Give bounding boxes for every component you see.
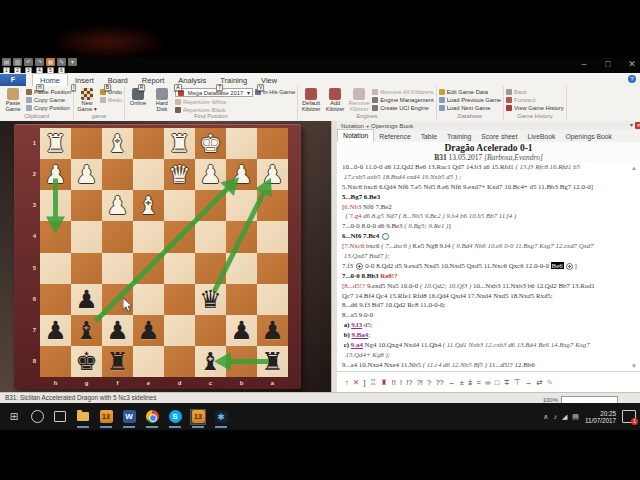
square-d1[interactable]: ♜ <box>164 128 195 159</box>
ribbon-tab-analysis[interactable]: AnalysisA <box>171 74 213 86</box>
ribbon-tab-insert[interactable]: InsertI <box>68 74 101 86</box>
notation-line-16: 8...a5 9.0-0 <box>342 310 634 320</box>
item-label: Remove All Kibitzers <box>380 89 433 95</box>
file-label-d: d <box>164 380 195 389</box>
item-label: View Game History <box>514 105 564 111</box>
white-bishop: ♝ <box>102 128 133 159</box>
square-f4[interactable] <box>102 221 133 252</box>
running-indicator <box>215 426 227 428</box>
eco-code: B31 <box>434 153 447 162</box>
taskbar-task-view-icon[interactable] <box>53 410 67 424</box>
notation-segment[interactable]: 7.f3 <box>342 262 355 269</box>
white-bishop: ♝ <box>133 190 164 221</box>
square-h3[interactable] <box>40 190 71 221</box>
back-button[interactable]: Back <box>506 88 564 95</box>
item-icon <box>506 105 512 111</box>
notation-segment[interactable]: 7.Nxc6 <box>344 242 364 249</box>
notation-segment[interactable]: d5; <box>362 321 373 328</box>
file-label-e: e <box>133 380 164 389</box>
palette-symbol[interactable]: ✎ <box>547 378 553 388</box>
square-a7[interactable]: ♟ <box>257 315 288 346</box>
volume-icon[interactable]: ♪ <box>553 412 557 422</box>
square-d7[interactable] <box>164 315 195 346</box>
square-h5[interactable] <box>40 253 71 284</box>
hard-disk-button[interactable]: HardDisk <box>151 87 173 113</box>
square-f8[interactable]: ♜ <box>102 346 133 377</box>
notation-line-18: b) 9.Ba4; <box>342 330 634 340</box>
running-indicator <box>192 426 204 428</box>
item-label: Edit Game Data <box>447 89 488 95</box>
ribbon-tab-board[interactable]: BoardB <box>101 74 135 86</box>
taskbar-word-icon[interactable]: W <box>122 410 136 424</box>
square-f5[interactable] <box>102 253 133 284</box>
notation-segment[interactable]: 9.f3 <box>351 321 362 328</box>
notation-line-11: 7.f3 0-0 8.Qd2 d5 9.exd5 Nxd5 10.Nxd5 Qx… <box>342 261 634 271</box>
square-b8[interactable] <box>226 346 257 377</box>
notation-segment[interactable]: 9...a4 10.Nxa4 Nxe4 11.Nb5 <box>342 361 423 368</box>
notation-segment[interactable]: Ng4 10.Qxg4 Nxd4 11.Qh4 <box>363 341 443 348</box>
chessbase-13-glyph: 13 <box>192 410 205 423</box>
notation-segment[interactable]: ( 10.Qd2; 10.Qf3 ) <box>420 282 471 289</box>
notation-line-9: [7.Nxc6 bxc6 ( 7...dxc6 ) 8.e5 Ng8 9.f4 … <box>342 241 634 251</box>
notation-segment[interactable]: ( 7...dxc6 ) <box>381 242 411 249</box>
white-king: ♚ <box>195 128 226 159</box>
group-label: Clipboard <box>2 113 71 120</box>
square-g2[interactable]: ♟ <box>71 159 102 190</box>
palette-symbol[interactable]: ] <box>363 378 365 388</box>
square-h6[interactable] <box>40 284 71 315</box>
new-game-button[interactable]: NewGame ▾ <box>76 87 98 113</box>
notation-segment[interactable]: ( 15.f3 Rfc8 16.Rfd1 b5 <box>516 163 580 170</box>
file-label-c: c <box>195 380 226 389</box>
square-b5[interactable] <box>226 253 257 284</box>
palette-symbol[interactable]: ⇄ <box>536 378 542 388</box>
rank-label-8: 8 <box>30 346 39 377</box>
notation-tab-reference[interactable]: Reference <box>374 131 415 142</box>
notation-segment[interactable]: 10...0-0 11.0-0 d6 12.Qd2 Be6 13.Rac1 Qd… <box>342 163 516 170</box>
notation-segment[interactable]: ( 11.Qd1 Nxb3 12.cxb3 d6 13.Bd4 Be6 14.B… <box>443 341 590 348</box>
notation-line-7: 7...0-0 8.0-0 d6 9.Be3 ( 9.Bg5; 9.Re1 )] <box>342 221 634 231</box>
button-label: Game <box>5 107 20 113</box>
view-game-history-button[interactable]: View Game History <box>506 104 564 111</box>
pane-dropdown-icon[interactable]: ▾ <box>630 122 633 129</box>
item-label: Load Previous Game <box>447 97 501 103</box>
square-g3[interactable] <box>71 190 102 221</box>
item-label: Load Next Game <box>447 105 491 111</box>
file-label-g: g <box>71 380 102 389</box>
square-b7[interactable]: ♟ <box>226 315 257 346</box>
square-a1[interactable] <box>257 128 288 159</box>
white-pawn: ♟ <box>71 159 102 190</box>
square-g8[interactable]: ♚ <box>71 346 102 377</box>
forward-button[interactable]: Forward <box>506 96 564 103</box>
running-indicator <box>77 426 89 428</box>
file-menu-button[interactable]: F <box>0 74 26 86</box>
network-icon[interactable]: ◢ <box>562 412 567 422</box>
notation-segment[interactable]: d6 8.g5 Nd7 ( 8...Nh5 9.Be2 ) 9.h4 b6 10… <box>362 212 517 219</box>
engine-management-button[interactable]: Engine Management <box>372 96 434 103</box>
notation-panel: Notation + Openings Book ▾ ✕ NotationRef… <box>337 121 640 392</box>
running-indicator <box>169 426 181 428</box>
square-c6[interactable]: ♛ <box>195 284 226 315</box>
item-label: Copy Game <box>34 97 65 103</box>
square-g1[interactable] <box>71 128 102 159</box>
taskbar-cortana-icon[interactable] <box>30 410 44 424</box>
palette-symbol[interactable]: ?? <box>435 378 443 388</box>
palette-symbol[interactable]: = <box>477 378 481 388</box>
square-d3[interactable] <box>164 190 195 221</box>
scroll-up-icon[interactable]: ▲ <box>631 165 637 171</box>
taskbar-fritz-icon[interactable]: ✱ <box>214 410 228 424</box>
square-e6[interactable] <box>133 284 164 315</box>
notation-segment[interactable]: 7.g4 <box>349 212 361 219</box>
folder-icon[interactable]: ▤ <box>572 412 579 422</box>
clock-date: 11/07/2017 <box>585 417 616 424</box>
edit-game-data-button[interactable]: Edit Game Data <box>439 88 501 95</box>
rank-label-2: 2 <box>30 159 39 190</box>
maximize-button[interactable]: □ <box>602 57 614 71</box>
item-label: Repertoire Black <box>183 107 226 113</box>
load-next-game-button[interactable]: Load Next Game <box>439 104 501 111</box>
palette-symbol[interactable]: □ <box>495 378 500 388</box>
qat-icon-5[interactable]: ✎ <box>57 58 66 66</box>
notation-body[interactable]: 10...0-0 11.0-0 d6 12.Qd2 Be6 13.Rac1 Qd… <box>337 162 634 371</box>
palette-symbol[interactable]: !? <box>406 378 412 388</box>
square-g6[interactable]: ♟ <box>71 284 102 315</box>
notation-line-1: 10...0-0 11.0-0 d6 12.Qd2 Be6 13.Rac1 Qd… <box>342 162 634 172</box>
notation-tab-table[interactable]: Table <box>416 131 442 142</box>
item-icon <box>26 105 32 111</box>
annotation-circle-icon[interactable] <box>356 263 363 270</box>
notation-segment[interactable]: b) <box>344 331 352 338</box>
notation-line-17: a) 9.f3 d5; <box>342 320 634 330</box>
notation-segment[interactable]: 8...d5!? <box>344 282 365 289</box>
square-a6[interactable] <box>257 284 288 315</box>
annotation-palette: ↑✕]♖♜!!!!??!???←±⩲=∞□∓⊤→⇄✎ <box>337 371 640 393</box>
button-icon <box>329 88 341 100</box>
square-d8[interactable] <box>164 346 195 377</box>
black-bishop: ♝ <box>195 346 226 377</box>
square-b4[interactable] <box>226 221 257 252</box>
square-c5[interactable] <box>195 253 226 284</box>
ribbon-tab-training[interactable]: TrainingT <box>213 74 254 86</box>
square-g5[interactable] <box>71 253 102 284</box>
square-c4[interactable] <box>195 221 226 252</box>
repertoire-white-button[interactable]: Repertoire White <box>175 98 253 105</box>
square-a5[interactable] <box>257 253 288 284</box>
white-rook: ♜ <box>40 128 71 159</box>
palette-symbol[interactable]: ← <box>448 378 456 388</box>
palette-symbol[interactable]: ?! <box>417 378 423 388</box>
taskbar-clock[interactable]: 20:25 11/07/2017 <box>585 410 616 424</box>
palette-symbol[interactable]: → <box>525 378 533 388</box>
black-pawn: ♟ <box>257 315 288 346</box>
square-b6[interactable] <box>226 284 257 315</box>
square-b2[interactable]: ♟ <box>226 159 257 190</box>
remove-all-kibitzers-button[interactable]: Remove All Kibitzers <box>372 88 434 95</box>
notation-segment[interactable]: ( 11.c4 d6 12.Nb5 Bf5 ) <box>423 361 487 368</box>
square-c1[interactable]: ♚ <box>195 128 226 159</box>
ribbon-tab-home[interactable]: HomeH <box>32 73 68 86</box>
notation-segment[interactable]: ; <box>368 331 370 338</box>
notation-segment[interactable]: 0-0 8.Qd2 d5 9.exd5 Nxd5 10.Nxd5 Qxd5 11… <box>364 262 551 269</box>
ribbon-group-database: Edit Game DataLoad Previous GameLoad Nex… <box>437 86 504 120</box>
annotation-circle-icon[interactable] <box>382 233 389 240</box>
square-h4[interactable] <box>40 221 71 252</box>
square-a3[interactable] <box>257 190 288 221</box>
white-queen: ♛ <box>164 159 195 190</box>
button-label: Kibitzer <box>350 107 369 113</box>
redo-button[interactable]: Redo <box>100 96 122 103</box>
palette-symbol[interactable]: ∞ <box>485 378 490 388</box>
notation-segment[interactable]: Qc7 14.Bf4 Qc4 15.Rfe1 Rfd8 16.Qd4 Qxd4 … <box>342 292 553 299</box>
notation-segment[interactable]: ( 9.Bg5; 9.Re1 ) <box>404 222 448 229</box>
notation-tab-score-sheet[interactable]: Score sheet <box>476 131 522 142</box>
square-e2[interactable] <box>133 159 164 190</box>
square-h7[interactable]: ♟ <box>40 315 71 346</box>
notation-segment[interactable]: Nf6 7.Be2 <box>361 203 391 210</box>
minimize-button[interactable]: – <box>578 57 590 71</box>
item-label: In His Game <box>263 89 295 95</box>
button-label: Disk <box>156 107 167 113</box>
keytip: H <box>36 84 44 91</box>
notation-segment[interactable]: 9.exd5 Na5 10.0-0 <box>365 282 420 289</box>
palette-symbol[interactable]: ✕ <box>353 378 359 388</box>
square-c2[interactable]: ♟ <box>195 159 226 190</box>
notation-segment[interactable]: 17.cxb5 axb5 18.Bxd4 exd4 19.Nxb5 d5 ) ; <box>342 173 461 180</box>
square-a2[interactable]: ♟ <box>257 159 288 190</box>
file-label-b: b <box>226 380 257 389</box>
running-indicator <box>146 426 158 428</box>
square-a4[interactable] <box>257 221 288 252</box>
notation-segment[interactable] <box>564 262 566 269</box>
notation-segment[interactable]: 8.e5 Ng8 9.f4 <box>411 242 452 249</box>
notation-tab-notation[interactable]: Notation <box>337 129 374 142</box>
help-icon[interactable]: ? <box>628 75 636 83</box>
black-king: ♚ <box>71 346 102 377</box>
square-c8[interactable]: ♝ <box>195 346 226 377</box>
square-f1[interactable]: ♝ <box>102 128 133 159</box>
file-label-a: a <box>257 380 288 389</box>
square-e8[interactable] <box>133 346 164 377</box>
notation-segment[interactable]: 10...Nxb3 11.Nxb3 b6 12.Qd2 Bb7 13.Rad1 <box>471 282 594 289</box>
paste-game-button[interactable]: PasteGame <box>2 87 24 113</box>
chevron-down-icon: ▾ <box>247 90 250 96</box>
default-kibitzer-button[interactable]: DefaultKibitzer <box>300 87 322 113</box>
board-frame: ♜♝♜♚♟♟♛♟♟♟♟♝♟♛♟♝♟♟♟♟♚♜♝♜ 12345678hgfedcb… <box>14 124 301 389</box>
item-label: Copy Position <box>34 105 70 111</box>
palette-symbol[interactable]: ! <box>400 378 402 388</box>
button-icon <box>156 88 168 100</box>
notation-tab-openings-book[interactable]: Openings Book <box>561 131 617 142</box>
item-label: Engine Management <box>380 97 434 103</box>
taskbar-skype-icon[interactable]: S <box>168 410 182 424</box>
keytip: V <box>257 84 264 91</box>
notation-segment[interactable]: 6.Nb3 <box>344 203 361 210</box>
copy-game-button[interactable]: Copy Game <box>26 96 71 103</box>
white-pawn: ♟ <box>102 190 133 221</box>
chess-board: ♜♝♜♚♟♟♛♟♟♟♟♝♟♛♟♝♟♟♟♟♚♜♝♜ <box>40 128 288 377</box>
square-a8[interactable]: ♜ <box>257 346 288 377</box>
square-e5[interactable] <box>133 253 164 284</box>
square-h2[interactable]: ♟ <box>40 159 71 190</box>
scroll-down-icon[interactable]: ▼ <box>631 363 637 369</box>
taskbar-chessbase-13-icon[interactable]: 13 <box>191 410 205 424</box>
load-previous-game-button[interactable]: Load Previous Game <box>439 96 501 103</box>
notation-line-3: 5.Nxc6 bxc6 6.Qd4 Nf6 7.e5 Nd5 8.e6 Nf6 … <box>342 182 634 192</box>
square-b3[interactable] <box>226 190 257 221</box>
square-h1[interactable]: ♜ <box>40 128 71 159</box>
item-icon <box>26 89 32 95</box>
paste-position-button[interactable]: Paste Position <box>26 88 71 95</box>
qat-icon-1[interactable]: ▥ <box>13 58 22 66</box>
ribbon-tab-report[interactable]: ReportR <box>135 74 172 86</box>
palette-symbol[interactable]: ± <box>460 378 464 388</box>
palette-symbol[interactable]: ∓ <box>503 378 509 388</box>
game-players: [Barbosa,Evandro] <box>484 153 543 162</box>
square-e3[interactable]: ♝ <box>133 190 164 221</box>
rank-label-5: 5 <box>30 253 39 284</box>
notation-segment[interactable]: ] <box>574 262 576 269</box>
notation-tab-livebook[interactable]: LiveBook <box>523 131 561 142</box>
button-icon <box>7 88 19 100</box>
black-bishop: ♝ <box>71 315 102 346</box>
notation-segment[interactable]: 15.Qd4+ Kg8 ); <box>342 351 390 358</box>
qat-icon-3[interactable]: ↷ <box>35 58 44 66</box>
palette-symbol[interactable]: ↑ <box>345 378 349 388</box>
notation-line-10: 13.Qxd7 Bxd7 ); <box>342 251 634 261</box>
square-f6[interactable] <box>102 284 133 315</box>
square-g7[interactable]: ♝ <box>71 315 102 346</box>
ribbon-tab-view[interactable]: ViewV <box>254 74 284 86</box>
ribbon-group-engines: DefaultKibitzerAddKibitzerRemoveKibitzer… <box>298 86 437 120</box>
group-label: Find Position <box>127 113 295 120</box>
qat-icon-6[interactable]: ▾ <box>68 58 77 66</box>
taskbar-start-icon[interactable]: ⊞ <box>7 410 21 424</box>
mega-database-2017-dropdown[interactable]: Mega Database 2017▾ <box>175 88 253 97</box>
notation-segment[interactable]: c) <box>344 341 351 348</box>
taskbar-chessbase-13-icon[interactable]: 13 <box>99 410 113 424</box>
taskbar-chrome-icon[interactable] <box>145 410 159 424</box>
add-kibitzer-button[interactable]: AddKibitzer <box>324 87 346 113</box>
notation-segment[interactable]: 6...Nf6 7.Bc4 <box>342 232 381 239</box>
notation-segment[interactable]: 11...d5!? 12.Bb6 <box>487 361 535 368</box>
item-icon <box>506 89 512 95</box>
square-e1[interactable] <box>133 128 164 159</box>
square-f2[interactable] <box>102 159 133 190</box>
square-b1[interactable] <box>226 128 257 159</box>
screen: ▤1▥2↶3↷4▦5✎6▾ –□✕ F HomeHInsertIBoardBRe… <box>0 0 640 480</box>
button-label: Kibitzer <box>302 107 321 113</box>
notation-segment[interactable]: ] <box>448 222 450 229</box>
current-move[interactable]: Be6 <box>551 262 564 269</box>
notation-segment[interactable]: 9.a4 <box>351 341 363 348</box>
square-d5[interactable] <box>164 253 195 284</box>
pane-close-icon[interactable]: ✕ <box>635 122 640 129</box>
annotation-circle-icon[interactable] <box>566 263 573 270</box>
palette-symbol[interactable]: ♖ <box>370 378 377 388</box>
notation-tab-training[interactable]: Training <box>442 131 476 142</box>
palette-symbol[interactable]: ♜ <box>381 378 388 388</box>
close-button[interactable]: ✕ <box>626 57 638 71</box>
square-g4[interactable] <box>71 221 102 252</box>
notation-segment[interactable]: 5...Bg7 6.Be3 <box>342 193 380 200</box>
keytip: A <box>174 84 181 91</box>
rank-label-4: 4 <box>30 221 39 252</box>
notation-segment[interactable]: bxc6 <box>364 242 381 249</box>
palette-symbol[interactable]: ? <box>427 378 431 388</box>
game-date: 13.05.2017 <box>449 153 483 162</box>
notation-segment[interactable]: 8...d6 9.f3 Bd7 10.Qd2 Rc8 11.0-0-0; <box>342 301 445 308</box>
qat-icon-2[interactable]: ↶ <box>24 58 33 66</box>
black-queen: ♛ <box>195 284 226 315</box>
white-pawn: ♟ <box>226 159 257 190</box>
notation-segment[interactable]: 9.Ba4 <box>352 331 369 338</box>
notation-segment[interactable]: 7...0-0 8.0-0 d6 9.Be3 <box>342 222 404 229</box>
palette-symbol[interactable]: !! <box>392 378 396 388</box>
square-d4[interactable] <box>164 221 195 252</box>
keytip: I <box>71 84 76 91</box>
palette-symbol[interactable]: ⊤ <box>514 378 521 388</box>
square-d6[interactable] <box>164 284 195 315</box>
notation-segment[interactable]: 13.Qxd7 Bxd7 ); <box>342 252 389 259</box>
notation-segment[interactable]: 7...0-0 8.Bb3 <box>342 272 380 279</box>
square-f7[interactable]: ♟ <box>102 315 133 346</box>
remove-kibitzer-button[interactable]: RemoveKibitzer <box>348 87 370 113</box>
square-h8[interactable] <box>40 346 71 377</box>
file-label-h: h <box>40 380 71 389</box>
rank-label-6: 6 <box>30 284 39 315</box>
square-f3[interactable]: ♟ <box>102 190 133 221</box>
notation-segment[interactable]: 5.Nxc6 bxc6 6.Qd4 Nf6 7.e5 Nd5 8.e6 Nf6 … <box>342 183 593 190</box>
item-icon <box>372 97 378 103</box>
group-label: Engines <box>300 113 434 120</box>
taskbar-file-explorer-icon[interactable] <box>76 410 90 424</box>
notation-segment[interactable]: 8...a5 9.0-0 <box>342 311 373 318</box>
square-c3[interactable] <box>195 190 226 221</box>
qat-icon-4[interactable]: ▦ <box>46 58 55 66</box>
square-d2[interactable]: ♛ <box>164 159 195 190</box>
button-icon <box>353 88 365 100</box>
square-e7[interactable]: ♟ <box>133 315 164 346</box>
chevron-up-icon[interactable]: ∧ <box>543 412 548 422</box>
create-uci-engine-button[interactable]: Create UCI Engine <box>372 104 434 111</box>
item-label: Repertoire White <box>183 99 227 105</box>
repertoire-black-button[interactable]: Repertoire Black <box>175 106 253 113</box>
palette-symbol[interactable]: ⩲ <box>468 378 472 388</box>
square-c7[interactable] <box>195 315 226 346</box>
item-icon <box>372 89 378 95</box>
chessbase-13-glyph: 13 <box>100 410 113 423</box>
start-glyph: ⊞ <box>10 410 18 424</box>
copy-position-button[interactable]: Copy Position <box>26 104 71 111</box>
notation-line-12: 7...0-0 8.Bb3 Re8!? <box>342 271 634 281</box>
tab-label: Report <box>142 76 165 85</box>
windows-taskbar: ⊞13WS13✱ ∧♪◢▤ 20:25 11/07/2017 1 <box>0 403 640 430</box>
qat-icon-0[interactable]: ▤ <box>2 58 11 66</box>
notation-segment[interactable]: Re8!? <box>380 272 397 279</box>
ribbon-group-game-history: BackForwardView Game HistoryGame History <box>504 86 567 120</box>
white-pawn: ♟ <box>257 159 288 190</box>
action-center-icon[interactable]: 1 <box>622 410 636 423</box>
file-explorer-glyph <box>77 412 89 421</box>
item-label: Back <box>514 89 527 95</box>
square-e4[interactable] <box>133 221 164 252</box>
white-pawn: ♟ <box>195 159 226 190</box>
item-icon <box>26 97 32 103</box>
clock-time: 20:25 <box>585 410 616 417</box>
notation-segment[interactable]: ( 9.Bd4 Nh6 10.e6 0-0 11.Bxg7 Kxg7 12.ex… <box>452 242 593 249</box>
